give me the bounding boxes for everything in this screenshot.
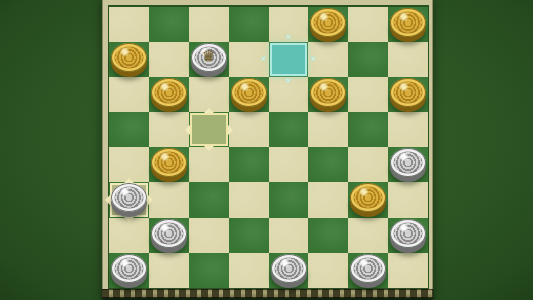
board-square-r0c3[interactable] xyxy=(229,7,269,42)
board-square-r7c3 xyxy=(229,253,269,288)
pulse-arrow-icon xyxy=(124,217,134,227)
board-square-r7c4[interactable] xyxy=(269,253,309,288)
board-square-r1c7 xyxy=(388,42,428,77)
board-square-r5c5 xyxy=(308,182,348,217)
king-crown-icon: ♛ xyxy=(202,49,215,64)
board-square-r2c7[interactable] xyxy=(388,77,428,112)
board-square-r6c4 xyxy=(269,218,309,253)
sparkle-icon: ✕ xyxy=(286,34,292,41)
board-square-r4c3[interactable] xyxy=(229,147,269,182)
board-square-r1c2[interactable]: ♛ xyxy=(189,42,229,77)
capture-target-overlay xyxy=(270,43,308,76)
board-square-r0c5[interactable] xyxy=(308,7,348,42)
board-square-r6c3[interactable] xyxy=(229,218,269,253)
board-square-r7c7 xyxy=(388,253,428,288)
gold-piece[interactable] xyxy=(111,43,147,72)
board-square-r1c1 xyxy=(149,42,189,77)
silver-piece[interactable] xyxy=(390,148,426,177)
silver-piece[interactable] xyxy=(151,219,187,248)
game-background: ♛✕✕✕✕ xyxy=(0,0,533,300)
checkers-board: ♛✕✕✕✕ xyxy=(108,5,429,289)
gold-piece[interactable] xyxy=(310,78,346,107)
board-square-r3c4[interactable] xyxy=(269,112,309,147)
board-square-r6c6 xyxy=(348,218,388,253)
board-square-r4c7[interactable] xyxy=(388,147,428,182)
gold-piece[interactable] xyxy=(390,8,426,37)
silver-king-piece[interactable]: ♛ xyxy=(191,43,227,72)
board-square-r2c6 xyxy=(348,77,388,112)
board-square-r2c5[interactable] xyxy=(308,77,348,112)
board-square-r0c6 xyxy=(348,7,388,42)
board-square-r5c7 xyxy=(388,182,428,217)
board-bottom-braid-trim xyxy=(102,289,433,298)
pulse-arrow-icon xyxy=(204,146,214,156)
board-square-r1c0[interactable] xyxy=(109,42,149,77)
board-square-r7c1 xyxy=(149,253,189,288)
sparkle-icon: ✕ xyxy=(286,78,292,85)
gold-piece[interactable] xyxy=(231,78,267,107)
pulse-arrow-icon xyxy=(228,125,238,135)
board-square-r5c2[interactable] xyxy=(189,182,229,217)
board-square-r0c7[interactable] xyxy=(388,7,428,42)
board-square-r3c0[interactable] xyxy=(109,112,149,147)
board-square-r3c6[interactable] xyxy=(348,112,388,147)
board-square-r5c6[interactable] xyxy=(348,182,388,217)
board-square-r4c4 xyxy=(269,147,309,182)
board-square-r0c1[interactable] xyxy=(149,7,189,42)
board-square-r6c2 xyxy=(189,218,229,253)
silver-piece[interactable] xyxy=(271,254,307,283)
board-square-r7c2[interactable] xyxy=(189,253,229,288)
board-square-r2c0 xyxy=(109,77,149,112)
gold-piece[interactable] xyxy=(151,78,187,107)
move-hint-square[interactable] xyxy=(189,112,229,147)
board-square-r3c7 xyxy=(388,112,428,147)
selected-piece-square[interactable] xyxy=(109,182,149,217)
board-square-r6c1[interactable] xyxy=(149,218,189,253)
pulse-arrow-icon xyxy=(148,195,158,205)
silver-piece[interactable] xyxy=(350,254,386,283)
pulse-arrow-icon xyxy=(100,195,110,205)
pulse-arrow-icon xyxy=(124,173,134,183)
silver-piece[interactable] xyxy=(111,254,147,283)
gold-piece[interactable] xyxy=(390,78,426,107)
sparkle-icon: ✕ xyxy=(261,56,267,63)
board-square-r4c5[interactable] xyxy=(308,147,348,182)
board-square-r5c4[interactable] xyxy=(269,182,309,217)
board-square-r1c6[interactable] xyxy=(348,42,388,77)
board-square-r2c1[interactable] xyxy=(149,77,189,112)
board-square-r6c5[interactable] xyxy=(308,218,348,253)
board-square-r7c6[interactable] xyxy=(348,253,388,288)
pulse-arrow-icon xyxy=(204,103,214,113)
board-square-r4c6 xyxy=(348,147,388,182)
board-square-r4c1[interactable] xyxy=(149,147,189,182)
board-square-r7c5 xyxy=(308,253,348,288)
board-square-r7c0[interactable] xyxy=(109,253,149,288)
gold-piece[interactable] xyxy=(151,148,187,177)
board-square-r6c7[interactable] xyxy=(388,218,428,253)
board-square-r3c5 xyxy=(308,112,348,147)
board-square-r0c0 xyxy=(109,7,149,42)
gold-piece[interactable] xyxy=(350,183,386,212)
capture-target-square[interactable]: ✕✕✕✕ xyxy=(269,42,309,77)
gold-piece[interactable] xyxy=(310,8,346,37)
silver-piece[interactable] xyxy=(390,219,426,248)
board-square-r5c3 xyxy=(229,182,269,217)
board-square-r0c2 xyxy=(189,7,229,42)
sparkle-icon: ✕ xyxy=(311,56,317,63)
board-square-r2c3[interactable] xyxy=(229,77,269,112)
pulse-arrow-icon xyxy=(180,125,190,135)
move-hint-overlay xyxy=(190,113,228,146)
